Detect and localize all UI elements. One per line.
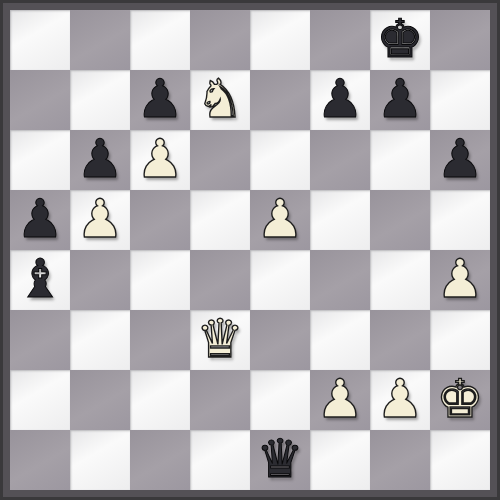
square-d2[interactable]: [190, 370, 250, 430]
square-e1[interactable]: ♛: [250, 430, 310, 490]
square-h4[interactable]: ♟: [430, 250, 490, 310]
square-g6[interactable]: [370, 130, 430, 190]
square-f4[interactable]: [310, 250, 370, 310]
piece-white-pawn[interactable]: ♟: [370, 370, 430, 430]
square-h8[interactable]: [430, 10, 490, 70]
piece-black-pawn[interactable]: ♟: [370, 70, 430, 130]
square-a7[interactable]: [10, 70, 70, 130]
piece-black-pawn[interactable]: ♟: [70, 130, 130, 190]
square-e4[interactable]: [250, 250, 310, 310]
square-d4[interactable]: [190, 250, 250, 310]
square-g7[interactable]: ♟: [370, 70, 430, 130]
square-f5[interactable]: [310, 190, 370, 250]
piece-white-pawn[interactable]: ♟: [130, 130, 190, 190]
square-b8[interactable]: [70, 10, 130, 70]
square-c4[interactable]: [130, 250, 190, 310]
square-h7[interactable]: [430, 70, 490, 130]
square-g3[interactable]: [370, 310, 430, 370]
square-g1[interactable]: [370, 430, 430, 490]
piece-white-knight[interactable]: ♞: [190, 70, 250, 130]
square-a6[interactable]: [10, 130, 70, 190]
square-f1[interactable]: [310, 430, 370, 490]
square-c6[interactable]: ♟: [130, 130, 190, 190]
square-a1[interactable]: [10, 430, 70, 490]
square-b5[interactable]: ♟: [70, 190, 130, 250]
piece-white-king[interactable]: ♚: [430, 370, 490, 430]
square-a8[interactable]: [10, 10, 70, 70]
square-c1[interactable]: [130, 430, 190, 490]
square-a2[interactable]: [10, 370, 70, 430]
square-e6[interactable]: [250, 130, 310, 190]
square-g2[interactable]: ♟: [370, 370, 430, 430]
square-a3[interactable]: [10, 310, 70, 370]
square-f2[interactable]: ♟: [310, 370, 370, 430]
piece-white-pawn[interactable]: ♟: [310, 370, 370, 430]
square-a5[interactable]: ♟: [10, 190, 70, 250]
chess-board: ♚♟♞♟♟♟♟♟♟♟♟♝♟♛♟♟♚♛: [10, 10, 490, 490]
square-f6[interactable]: [310, 130, 370, 190]
square-e3[interactable]: [250, 310, 310, 370]
square-e8[interactable]: [250, 10, 310, 70]
square-d3[interactable]: ♛: [190, 310, 250, 370]
square-c3[interactable]: [130, 310, 190, 370]
square-f8[interactable]: [310, 10, 370, 70]
square-h2[interactable]: ♚: [430, 370, 490, 430]
square-a4[interactable]: ♝: [10, 250, 70, 310]
piece-white-queen[interactable]: ♛: [190, 310, 250, 370]
square-b1[interactable]: [70, 430, 130, 490]
square-d7[interactable]: ♞: [190, 70, 250, 130]
square-f7[interactable]: ♟: [310, 70, 370, 130]
square-b2[interactable]: [70, 370, 130, 430]
square-e2[interactable]: [250, 370, 310, 430]
square-e5[interactable]: ♟: [250, 190, 310, 250]
piece-black-king[interactable]: ♚: [370, 10, 430, 70]
square-d8[interactable]: [190, 10, 250, 70]
piece-white-pawn[interactable]: ♟: [70, 190, 130, 250]
square-h3[interactable]: [430, 310, 490, 370]
square-d5[interactable]: [190, 190, 250, 250]
square-c8[interactable]: [130, 10, 190, 70]
square-d1[interactable]: [190, 430, 250, 490]
square-f3[interactable]: [310, 310, 370, 370]
square-g4[interactable]: [370, 250, 430, 310]
square-b4[interactable]: [70, 250, 130, 310]
chess-board-frame: ♚♟♞♟♟♟♟♟♟♟♟♝♟♛♟♟♚♛: [0, 0, 500, 500]
square-g8[interactable]: ♚: [370, 10, 430, 70]
square-h6[interactable]: ♟: [430, 130, 490, 190]
piece-black-pawn[interactable]: ♟: [130, 70, 190, 130]
piece-black-bishop[interactable]: ♝: [10, 250, 70, 310]
square-e7[interactable]: [250, 70, 310, 130]
piece-black-pawn[interactable]: ♟: [430, 130, 490, 190]
piece-black-pawn[interactable]: ♟: [310, 70, 370, 130]
square-d6[interactable]: [190, 130, 250, 190]
square-b3[interactable]: [70, 310, 130, 370]
square-c7[interactable]: ♟: [130, 70, 190, 130]
piece-white-pawn[interactable]: ♟: [250, 190, 310, 250]
piece-black-pawn[interactable]: ♟: [10, 190, 70, 250]
piece-white-pawn[interactable]: ♟: [430, 250, 490, 310]
piece-black-queen[interactable]: ♛: [250, 430, 310, 490]
square-c2[interactable]: [130, 370, 190, 430]
square-b6[interactable]: ♟: [70, 130, 130, 190]
square-h1[interactable]: [430, 430, 490, 490]
square-c5[interactable]: [130, 190, 190, 250]
square-b7[interactable]: [70, 70, 130, 130]
square-h5[interactable]: [430, 190, 490, 250]
square-g5[interactable]: [370, 190, 430, 250]
